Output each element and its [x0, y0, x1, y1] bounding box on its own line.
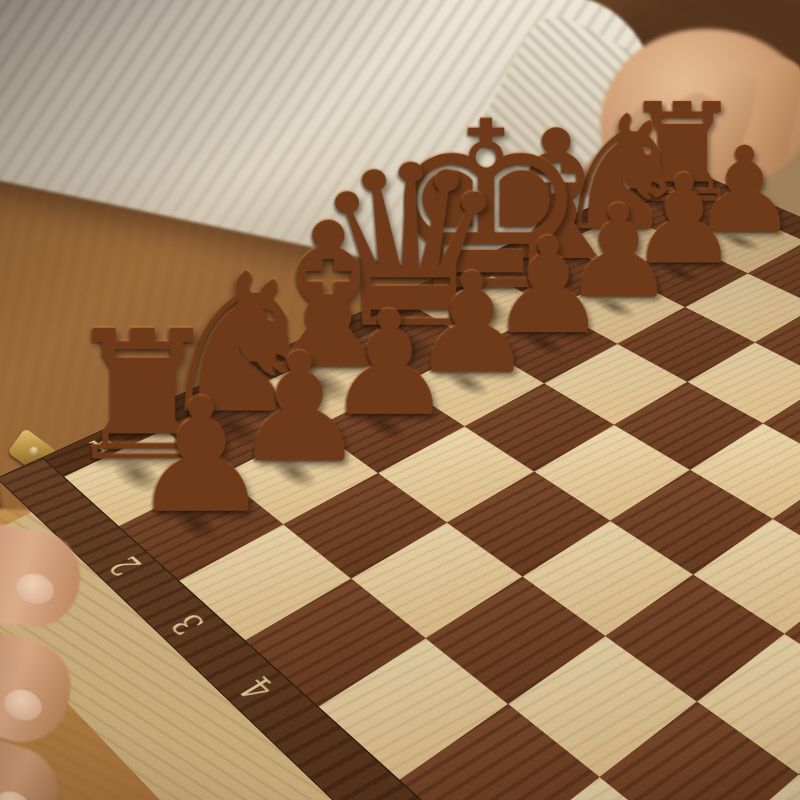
photo-scene: h 234 ♜♞♝♚♛♝♞♜♟♟♟♟♟♟♟♟: [0, 0, 800, 800]
piece-pawn-h2[interactable]: ♟: [131, 377, 272, 535]
